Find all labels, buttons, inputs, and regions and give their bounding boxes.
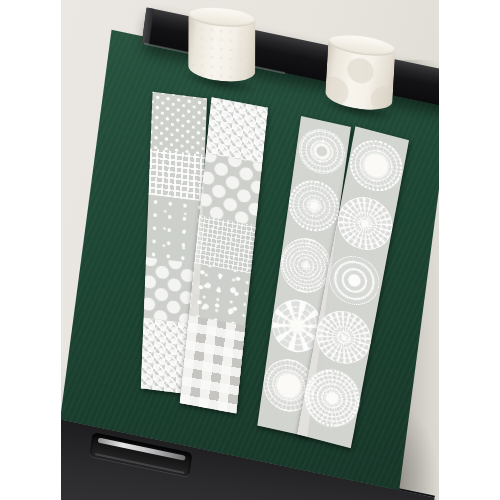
tilted-board-group <box>77 21 439 488</box>
doily-cell <box>299 360 365 437</box>
photo-area <box>61 0 439 500</box>
doily-cell <box>285 172 343 240</box>
ledge-end-face <box>142 7 154 44</box>
lace-doily <box>346 134 407 197</box>
lace-doily <box>325 250 383 310</box>
lace-doily <box>286 176 343 236</box>
tape-pattern-segment <box>149 148 205 201</box>
washi-tape-roll-2 <box>325 32 396 114</box>
lace-doily <box>296 125 348 179</box>
photo-canvas <box>0 0 500 500</box>
washi-tape-roll-1 <box>188 5 255 84</box>
lace-doily <box>300 364 364 433</box>
lace-doily <box>312 305 375 370</box>
tape-pattern-segment <box>206 97 268 163</box>
tape-pattern-segment <box>199 153 262 225</box>
tape-pattern-segment <box>150 92 207 155</box>
tape-pattern-segment <box>180 315 245 413</box>
lace-doily <box>333 191 396 256</box>
